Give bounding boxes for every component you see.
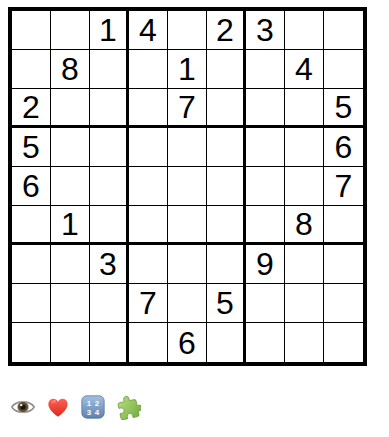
cell-r7c5[interactable]: [168, 245, 207, 284]
cell-r9c5[interactable]: 6: [168, 323, 207, 362]
cell-r1c2[interactable]: [51, 11, 90, 50]
cell-r5c2[interactable]: [51, 167, 90, 206]
cell-r2c7[interactable]: [246, 50, 285, 89]
cell-r4c8[interactable]: [285, 128, 324, 167]
cell-r2c6[interactable]: [207, 50, 246, 89]
cell-r5c6[interactable]: [207, 167, 246, 206]
cell-r9c9[interactable]: [324, 323, 363, 362]
eye-icon-svg: [10, 394, 36, 420]
cell-r6c1[interactable]: [12, 206, 51, 245]
eye-icon[interactable]: [10, 394, 36, 420]
cell-r9c3[interactable]: [90, 323, 129, 362]
heart-icon[interactable]: [45, 394, 71, 420]
input-numbers-icon[interactable]: 1 2 3 4: [80, 394, 106, 420]
cell-r8c4[interactable]: 7: [129, 284, 168, 323]
cell-r3c6[interactable]: [207, 89, 246, 128]
cell-r4c1[interactable]: 5: [12, 128, 51, 167]
cell-r2c5[interactable]: 1: [168, 50, 207, 89]
cell-r5c3[interactable]: [90, 167, 129, 206]
cell-r4c7[interactable]: [246, 128, 285, 167]
cell-r5c5[interactable]: [168, 167, 207, 206]
cell-r3c8[interactable]: [285, 89, 324, 128]
cell-r4c9[interactable]: 6: [324, 128, 363, 167]
cell-r1c9[interactable]: [324, 11, 363, 50]
icon-toolbar: 1 2 3 4: [10, 394, 141, 420]
svg-text:2: 2: [95, 399, 100, 408]
cell-r6c7[interactable]: [246, 206, 285, 245]
cell-r4c3[interactable]: [90, 128, 129, 167]
cell-r7c9[interactable]: [324, 245, 363, 284]
svg-text:1: 1: [87, 399, 92, 408]
cell-r9c6[interactable]: [207, 323, 246, 362]
cell-r2c1[interactable]: [12, 50, 51, 89]
cell-r7c1[interactable]: [12, 245, 51, 284]
cell-r2c9[interactable]: [324, 50, 363, 89]
cell-r1c4[interactable]: 4: [129, 11, 168, 50]
cell-r7c7[interactable]: 9: [246, 245, 285, 284]
cell-r8c6[interactable]: 5: [207, 284, 246, 323]
cell-r1c3[interactable]: 1: [90, 11, 129, 50]
cell-r7c6[interactable]: [207, 245, 246, 284]
cell-r8c3[interactable]: [90, 284, 129, 323]
cell-r5c1[interactable]: 6: [12, 167, 51, 206]
cell-r5c4[interactable]: [129, 167, 168, 206]
cell-r1c5[interactable]: [168, 11, 207, 50]
cell-r7c3[interactable]: 3: [90, 245, 129, 284]
cell-r8c5[interactable]: [168, 284, 207, 323]
cell-r1c8[interactable]: [285, 11, 324, 50]
cell-r5c7[interactable]: [246, 167, 285, 206]
cell-r8c2[interactable]: [51, 284, 90, 323]
cell-r5c9[interactable]: 7: [324, 167, 363, 206]
cell-r1c1[interactable]: [12, 11, 51, 50]
cell-r6c8[interactable]: 8: [285, 206, 324, 245]
cell-r3c1[interactable]: 2: [12, 89, 51, 128]
cell-r7c8[interactable]: [285, 245, 324, 284]
cell-r6c3[interactable]: [90, 206, 129, 245]
cell-r3c3[interactable]: [90, 89, 129, 128]
cell-r2c2[interactable]: 8: [51, 50, 90, 89]
cell-r7c4[interactable]: [129, 245, 168, 284]
cell-r3c7[interactable]: [246, 89, 285, 128]
puzzle-piece-icon-svg: [115, 394, 141, 420]
cell-r3c2[interactable]: [51, 89, 90, 128]
heart-icon-svg: [45, 394, 71, 420]
cell-r8c8[interactable]: [285, 284, 324, 323]
cell-r8c1[interactable]: [12, 284, 51, 323]
cell-r9c4[interactable]: [129, 323, 168, 362]
cell-r6c9[interactable]: [324, 206, 363, 245]
cell-r7c2[interactable]: [51, 245, 90, 284]
cell-r9c2[interactable]: [51, 323, 90, 362]
cell-r2c8[interactable]: 4: [285, 50, 324, 89]
cell-r6c2[interactable]: 1: [51, 206, 90, 245]
cell-r6c6[interactable]: [207, 206, 246, 245]
cell-r9c1[interactable]: [12, 323, 51, 362]
cell-r3c5[interactable]: 7: [168, 89, 207, 128]
cell-r9c7[interactable]: [246, 323, 285, 362]
puzzle-piece-icon[interactable]: [115, 394, 141, 420]
cell-r5c8[interactable]: [285, 167, 324, 206]
cell-r3c9[interactable]: 5: [324, 89, 363, 128]
cell-r8c9[interactable]: [324, 284, 363, 323]
cell-r9c8[interactable]: [285, 323, 324, 362]
cell-r6c5[interactable]: [168, 206, 207, 245]
svg-text:4: 4: [95, 408, 100, 417]
input-numbers-icon-svg: 1 2 3 4: [80, 394, 106, 420]
sudoku-board: 142381427556671839756: [8, 7, 367, 366]
cell-r2c4[interactable]: [129, 50, 168, 89]
cell-r3c4[interactable]: [129, 89, 168, 128]
cell-r2c3[interactable]: [90, 50, 129, 89]
svg-text:3: 3: [87, 408, 92, 417]
cell-r1c7[interactable]: 3: [246, 11, 285, 50]
cell-r8c7[interactable]: [246, 284, 285, 323]
cell-r4c6[interactable]: [207, 128, 246, 167]
cell-r4c5[interactable]: [168, 128, 207, 167]
cell-r6c4[interactable]: [129, 206, 168, 245]
cell-r1c6[interactable]: 2: [207, 11, 246, 50]
cell-r4c2[interactable]: [51, 128, 90, 167]
cell-r4c4[interactable]: [129, 128, 168, 167]
